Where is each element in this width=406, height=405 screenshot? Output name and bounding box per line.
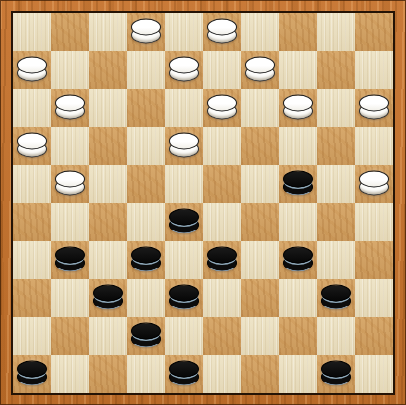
square-r8c4[interactable]	[165, 317, 203, 355]
square-r4c2[interactable]	[89, 165, 127, 203]
white-man[interactable]	[169, 133, 199, 158]
square-r5c0[interactable]	[13, 203, 51, 241]
square-r3c7[interactable]	[279, 127, 317, 165]
white-man[interactable]	[55, 95, 85, 120]
square-r2c3[interactable]	[127, 89, 165, 127]
square-r2c0[interactable]	[13, 89, 51, 127]
piece-cap	[169, 285, 199, 302]
piece-cap	[131, 19, 161, 36]
piece-cap	[169, 361, 199, 378]
piece-cap	[245, 57, 275, 74]
square-r5c5[interactable]	[203, 203, 241, 241]
piece-cap	[321, 285, 351, 302]
square-r6c2[interactable]	[89, 241, 127, 279]
black-man[interactable]	[131, 247, 161, 272]
square-r2c1[interactable]	[51, 89, 89, 127]
square-r5c4[interactable]	[165, 203, 203, 241]
square-r5c2[interactable]	[89, 203, 127, 241]
white-man[interactable]	[283, 95, 313, 120]
square-r6c9[interactable]	[355, 241, 393, 279]
square-r7c4[interactable]	[165, 279, 203, 317]
square-r0c7[interactable]	[279, 13, 317, 51]
square-r2c8[interactable]	[317, 89, 355, 127]
square-r0c9[interactable]	[355, 13, 393, 51]
square-r4c5[interactable]	[203, 165, 241, 203]
square-r2c2[interactable]	[89, 89, 127, 127]
square-r0c0[interactable]	[13, 13, 51, 51]
square-r8c6[interactable]	[241, 317, 279, 355]
square-r3c4[interactable]	[165, 127, 203, 165]
square-r3c8[interactable]	[317, 127, 355, 165]
piece-cap	[283, 95, 313, 112]
piece-cap	[359, 95, 389, 112]
square-r4c4[interactable]	[165, 165, 203, 203]
white-man[interactable]	[17, 133, 47, 158]
piece-cap	[207, 19, 237, 36]
square-r3c2[interactable]	[89, 127, 127, 165]
square-r8c2[interactable]	[89, 317, 127, 355]
square-r2c9[interactable]	[355, 89, 393, 127]
square-r7c9[interactable]	[355, 279, 393, 317]
square-r3c5[interactable]	[203, 127, 241, 165]
square-r0c6[interactable]	[241, 13, 279, 51]
piece-cap	[283, 171, 313, 188]
square-r8c7[interactable]	[279, 317, 317, 355]
square-r8c0[interactable]	[13, 317, 51, 355]
square-r6c8[interactable]	[317, 241, 355, 279]
square-r9c4[interactable]	[165, 355, 203, 393]
draughts-app-window	[0, 0, 406, 405]
square-r3c9[interactable]	[355, 127, 393, 165]
square-r6c1[interactable]	[51, 241, 89, 279]
square-r7c2[interactable]	[89, 279, 127, 317]
piece-cap	[207, 95, 237, 112]
white-man[interactable]	[245, 57, 275, 82]
piece-cap	[17, 361, 47, 378]
square-r8c9[interactable]	[355, 317, 393, 355]
square-r6c0[interactable]	[13, 241, 51, 279]
square-r5c7[interactable]	[279, 203, 317, 241]
square-r1c6[interactable]	[241, 51, 279, 89]
square-r9c0[interactable]	[13, 355, 51, 393]
black-man[interactable]	[283, 247, 313, 272]
piece-cap	[169, 209, 199, 226]
square-r6c4[interactable]	[165, 241, 203, 279]
square-r6c5[interactable]	[203, 241, 241, 279]
square-r0c8[interactable]	[317, 13, 355, 51]
black-man[interactable]	[321, 285, 351, 310]
square-r3c0[interactable]	[13, 127, 51, 165]
piece-cap	[321, 361, 351, 378]
square-r2c4[interactable]	[165, 89, 203, 127]
square-r8c3[interactable]	[127, 317, 165, 355]
black-man[interactable]	[55, 247, 85, 272]
square-r3c3[interactable]	[127, 127, 165, 165]
piece-cap	[55, 171, 85, 188]
square-r1c9[interactable]	[355, 51, 393, 89]
square-r1c1[interactable]	[51, 51, 89, 89]
black-man[interactable]	[283, 171, 313, 196]
square-r0c2[interactable]	[89, 13, 127, 51]
square-r8c8[interactable]	[317, 317, 355, 355]
square-r5c9[interactable]	[355, 203, 393, 241]
piece-cap	[207, 247, 237, 264]
square-r2c7[interactable]	[279, 89, 317, 127]
square-r5c8[interactable]	[317, 203, 355, 241]
square-r7c8[interactable]	[317, 279, 355, 317]
square-r7c7[interactable]	[279, 279, 317, 317]
square-r8c1[interactable]	[51, 317, 89, 355]
square-r0c4[interactable]	[165, 13, 203, 51]
square-r3c1[interactable]	[51, 127, 89, 165]
square-r5c1[interactable]	[51, 203, 89, 241]
square-r1c3[interactable]	[127, 51, 165, 89]
white-man[interactable]	[207, 95, 237, 120]
piece-cap	[17, 57, 47, 74]
black-man[interactable]	[169, 209, 199, 234]
square-r4c7[interactable]	[279, 165, 317, 203]
white-man[interactable]	[169, 57, 199, 82]
square-r4c6[interactable]	[241, 165, 279, 203]
square-r7c3[interactable]	[127, 279, 165, 317]
piece-cap	[283, 247, 313, 264]
square-r5c3[interactable]	[127, 203, 165, 241]
square-r0c1[interactable]	[51, 13, 89, 51]
piece-cap	[131, 323, 161, 340]
white-man[interactable]	[55, 171, 85, 196]
piece-cap	[55, 247, 85, 264]
black-man[interactable]	[93, 285, 123, 310]
square-r9c9[interactable]	[355, 355, 393, 393]
white-man[interactable]	[359, 95, 389, 120]
square-r1c2[interactable]	[89, 51, 127, 89]
square-r4c1[interactable]	[51, 165, 89, 203]
square-r7c0[interactable]	[13, 279, 51, 317]
square-r6c7[interactable]	[279, 241, 317, 279]
square-r4c3[interactable]	[127, 165, 165, 203]
square-r7c5[interactable]	[203, 279, 241, 317]
square-r8c5[interactable]	[203, 317, 241, 355]
square-r2c5[interactable]	[203, 89, 241, 127]
white-man[interactable]	[17, 57, 47, 82]
square-r4c8[interactable]	[317, 165, 355, 203]
square-r9c7[interactable]	[279, 355, 317, 393]
square-r9c6[interactable]	[241, 355, 279, 393]
black-man[interactable]	[17, 361, 47, 386]
square-r2c6[interactable]	[241, 89, 279, 127]
piece-cap	[359, 171, 389, 188]
square-r1c7[interactable]	[279, 51, 317, 89]
piece-cap	[131, 247, 161, 264]
square-r0c5[interactable]	[203, 13, 241, 51]
square-r6c6[interactable]	[241, 241, 279, 279]
square-r4c0[interactable]	[13, 165, 51, 203]
square-r3c6[interactable]	[241, 127, 279, 165]
piece-cap	[169, 57, 199, 74]
square-r6c3[interactable]	[127, 241, 165, 279]
square-r1c0[interactable]	[13, 51, 51, 89]
piece-cap	[17, 133, 47, 150]
piece-cap	[93, 285, 123, 302]
black-man[interactable]	[131, 323, 161, 348]
square-r1c8[interactable]	[317, 51, 355, 89]
square-r9c3[interactable]	[127, 355, 165, 393]
square-r0c3[interactable]	[127, 13, 165, 51]
board	[11, 11, 395, 395]
black-man[interactable]	[207, 247, 237, 272]
square-r7c1[interactable]	[51, 279, 89, 317]
white-man[interactable]	[131, 19, 161, 44]
square-r9c8[interactable]	[317, 355, 355, 393]
piece-cap	[169, 133, 199, 150]
square-r4c9[interactable]	[355, 165, 393, 203]
square-r7c6[interactable]	[241, 279, 279, 317]
black-man[interactable]	[169, 285, 199, 310]
piece-cap	[55, 95, 85, 112]
square-r1c4[interactable]	[165, 51, 203, 89]
white-man[interactable]	[207, 19, 237, 44]
square-r1c5[interactable]	[203, 51, 241, 89]
black-man[interactable]	[321, 361, 351, 386]
white-man[interactable]	[359, 171, 389, 196]
black-man[interactable]	[169, 361, 199, 386]
square-r9c5[interactable]	[203, 355, 241, 393]
square-r9c1[interactable]	[51, 355, 89, 393]
square-r9c2[interactable]	[89, 355, 127, 393]
square-r5c6[interactable]	[241, 203, 279, 241]
